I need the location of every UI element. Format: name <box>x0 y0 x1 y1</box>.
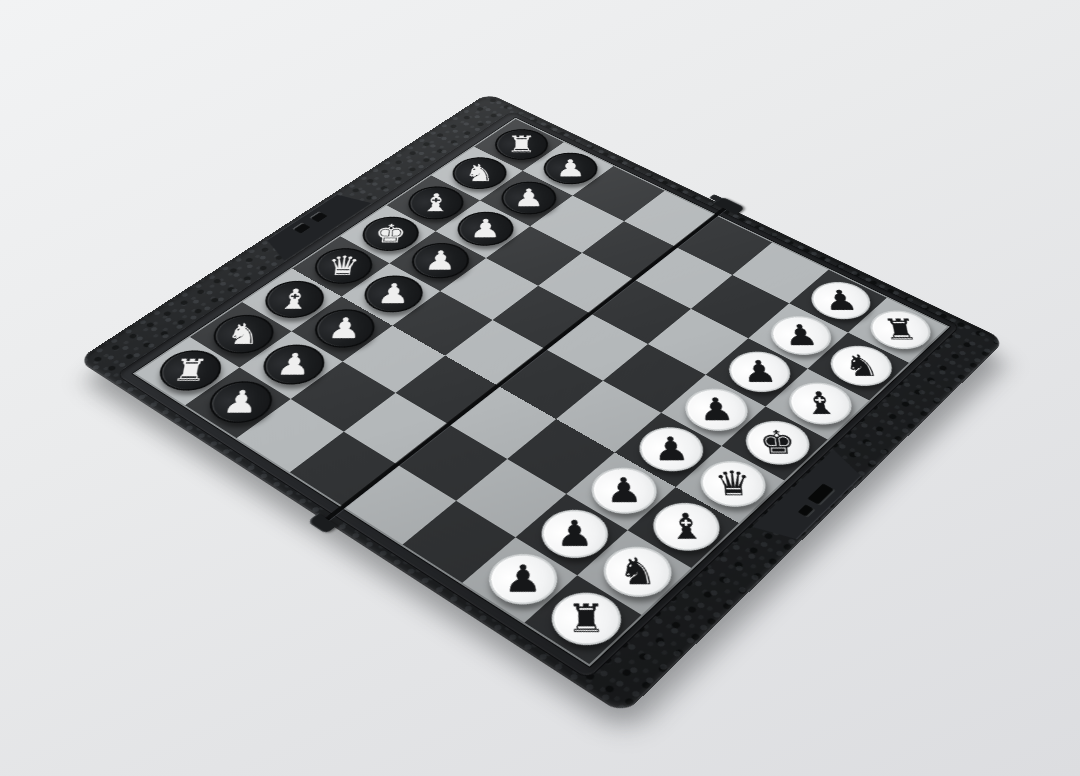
white-pawn-icon: ♟ <box>697 394 735 425</box>
piece-layer: ♜♞♝♛♚♝♞♜♟♟♟♟♟♟♟♟♟♟♟♟♟♟♟♟♜♞♝♛♚♝♞♜ <box>136 119 947 664</box>
white-pawn-icon: ♟ <box>556 516 594 552</box>
white-pawn-icon: ♟ <box>822 287 860 315</box>
black-bishop-icon: ♝ <box>419 191 452 216</box>
latch-slot-icon <box>807 483 835 505</box>
black-pawn-icon: ♟ <box>376 280 411 308</box>
black-pawn-icon: ♟ <box>275 350 314 380</box>
white-queen-icon: ♛ <box>713 467 753 501</box>
black-pawn-icon: ♟ <box>469 216 502 241</box>
black-king-icon: ♚ <box>373 221 407 247</box>
black-pawn-icon: ♟ <box>221 386 261 417</box>
board-frame: ♜♞♝♛♚♝♞♜♟♟♟♟♟♟♟♟♟♟♟♟♟♟♟♟♜♞♝♛♚♝♞♜ <box>77 93 1006 715</box>
white-pawn-icon: ♟ <box>605 473 643 507</box>
latch-slot-icon <box>798 504 816 517</box>
white-bishop-icon: ♝ <box>666 509 706 545</box>
black-queen-icon: ♛ <box>326 253 362 280</box>
black-pawn-icon: ♟ <box>423 247 457 273</box>
black-rook-icon: ♜ <box>506 133 536 156</box>
white-knight-icon: ♞ <box>841 351 881 381</box>
white-rook-icon: ♜ <box>566 599 606 638</box>
white-bishop-icon: ♝ <box>801 388 841 419</box>
white-pawn-icon: ♟ <box>741 357 779 387</box>
black-rook-icon: ♜ <box>170 355 211 385</box>
black-pawn-icon: ♟ <box>326 314 363 343</box>
white-pawn-icon: ♟ <box>652 433 690 466</box>
white-knight-icon: ♞ <box>618 553 658 590</box>
black-bishop-icon: ♝ <box>276 285 313 313</box>
black-knight-icon: ♞ <box>464 161 496 185</box>
latch-tab-icon <box>292 222 310 233</box>
white-pawn-icon: ♟ <box>782 321 820 350</box>
white-pawn-icon: ♟ <box>503 560 542 598</box>
white-king-icon: ♚ <box>758 426 798 459</box>
black-pawn-icon: ♟ <box>513 186 544 210</box>
black-knight-icon: ♞ <box>224 320 263 349</box>
white-rook-icon: ♜ <box>881 315 921 344</box>
pocket-chess-set: ♜♞♝♛♚♝♞♜♟♟♟♟♟♟♟♟♟♟♟♟♟♟♟♟♜♞♝♛♚♝♞♜ <box>77 93 1006 715</box>
black-pawn-icon: ♟ <box>555 157 586 181</box>
photo-background: ♜♞♝♛♚♝♞♜♟♟♟♟♟♟♟♟♟♟♟♟♟♟♟♟♜♞♝♛♚♝♞♜ <box>0 0 1080 776</box>
latch-tab-icon <box>309 211 327 222</box>
